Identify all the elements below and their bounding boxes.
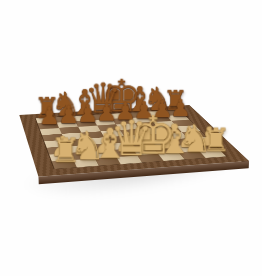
chess-scene: ♜♞♝♛♚♝♞♜♟♟♟♟♟♟♟♟♟♟♟♟♟♟♟♟♜♞♝♛♚♝♞♜: [0, 0, 262, 276]
chess-board: ♜♞♝♛♚♝♞♜♟♟♟♟♟♟♟♟♟♟♟♟♟♟♟♟♜♞♝♛♚♝♞♜: [19, 105, 248, 177]
square-a7: ♟: [38, 122, 59, 129]
piece-white-rook-a1: ♜: [39, 134, 93, 168]
piece-black-pawn-a7: ♟: [26, 104, 73, 128]
product-photo: ♜♞♝♛♚♝♞♜♟♟♟♟♟♟♟♟♟♟♟♟♟♟♟♟♜♞♝♛♚♝♞♜: [0, 0, 262, 276]
square-a1: ♜: [52, 160, 77, 169]
